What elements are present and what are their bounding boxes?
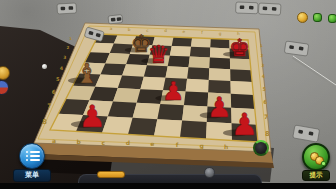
file-label-near: a (52, 137, 56, 144)
square-d8[interactable] (128, 118, 157, 136)
rank-label-right: 6 (263, 99, 267, 105)
square-f2[interactable] (190, 47, 211, 58)
square-f1[interactable] (191, 38, 211, 48)
piece-red-queen[interactable]: ♛ (147, 40, 169, 69)
file-label-near: h (224, 143, 228, 150)
square-d7[interactable] (133, 103, 161, 119)
dial-button[interactable] (253, 140, 269, 156)
hint-button-label: 提示 (302, 170, 330, 181)
file-label-far: a (110, 26, 113, 31)
file-label-near: f (176, 141, 179, 148)
square-h5[interactable] (231, 81, 254, 95)
file-label-near: d (126, 139, 130, 146)
metal-latch (293, 125, 320, 142)
game-scene: aa11bb22cc33dd44ee55ff66gg77hh88♚♚♛♝♟♟♟♟… (0, 0, 336, 189)
file-label-far: g (219, 31, 222, 36)
chess-board[interactable]: aa11bb22cc33dd44ee55ff66gg77hh88♚♚♛♝♟♟♟♟ (0, 0, 336, 189)
square-c4[interactable] (122, 64, 147, 76)
currency-gem-icon-2[interactable] (328, 14, 336, 23)
rank-label-right: 1 (260, 44, 263, 48)
rank-label-right: 7 (264, 113, 268, 120)
piece-red-pawn[interactable]: ♟ (207, 91, 232, 124)
square-c5[interactable] (118, 76, 144, 90)
square-e3[interactable] (168, 56, 190, 68)
currency-gem-icon[interactable] (313, 13, 322, 22)
square-g4[interactable] (209, 68, 231, 81)
rank-label-left: 1 (69, 37, 72, 41)
metal-rod-highlight (293, 56, 336, 85)
rank-label-left: 8 (42, 118, 47, 126)
hint-button[interactable] (302, 143, 330, 171)
square-c6[interactable] (113, 88, 140, 103)
rank-label-left: 4 (60, 66, 64, 71)
square-e2[interactable] (170, 46, 191, 57)
screw-dot (42, 64, 47, 69)
square-g3[interactable] (209, 58, 230, 70)
rank-label-right: 8 (265, 130, 270, 138)
menu-list-icon (26, 151, 40, 153)
square-h4[interactable] (230, 69, 252, 82)
menu-list-icon (26, 155, 40, 157)
file-label-near: e (150, 140, 154, 147)
square-f6[interactable] (184, 92, 208, 107)
piece-red-pawn[interactable]: ♟ (79, 99, 106, 134)
file-label-near: b (76, 138, 81, 145)
menu-button-label: 菜单 (13, 169, 51, 182)
rank-label-left: 7 (47, 102, 51, 109)
square-g1[interactable] (210, 39, 229, 49)
square-e8[interactable] (154, 119, 182, 137)
square-f5[interactable] (186, 79, 209, 93)
currency-coin-icon (297, 12, 308, 23)
rank-label-left: 3 (63, 55, 66, 60)
rank-label-right: 4 (262, 74, 266, 79)
file-label-near: g (199, 142, 203, 150)
square-e1[interactable] (172, 37, 192, 47)
gem-icon (321, 161, 326, 166)
rank-label-right: 5 (263, 86, 267, 92)
panel-knob[interactable] (204, 167, 215, 178)
metal-rod (293, 57, 336, 86)
rank-label-right: 2 (261, 53, 264, 58)
rank-label-left: 5 (56, 76, 60, 82)
piece-red-pawn[interactable]: ♟ (231, 107, 258, 142)
piece-white-bishop[interactable]: ♝ (75, 58, 99, 89)
square-e7[interactable] (157, 104, 184, 121)
rank-label-right: 3 (261, 63, 264, 68)
rank-label-left: 6 (52, 89, 56, 95)
metal-latch (57, 3, 76, 14)
menu-button[interactable] (19, 143, 45, 169)
metal-latch (108, 15, 123, 24)
file-label-far: e (182, 29, 185, 34)
metal-latch (236, 2, 258, 14)
square-f4[interactable] (187, 67, 209, 80)
file-label-near: c (101, 139, 105, 146)
piece-red-pawn[interactable]: ♟ (162, 76, 185, 106)
metal-latch (258, 3, 281, 15)
panel-orange-tab[interactable] (97, 171, 125, 178)
square-f3[interactable] (189, 57, 210, 69)
rank-label-left: 2 (66, 45, 69, 50)
piece-red-king[interactable]: ♚ (229, 34, 250, 62)
metal-latch (284, 41, 308, 56)
square-f8[interactable] (180, 121, 207, 139)
menu-list-icon (26, 159, 40, 161)
file-label-far: d (164, 28, 167, 33)
letterbox-bar (0, 183, 336, 189)
